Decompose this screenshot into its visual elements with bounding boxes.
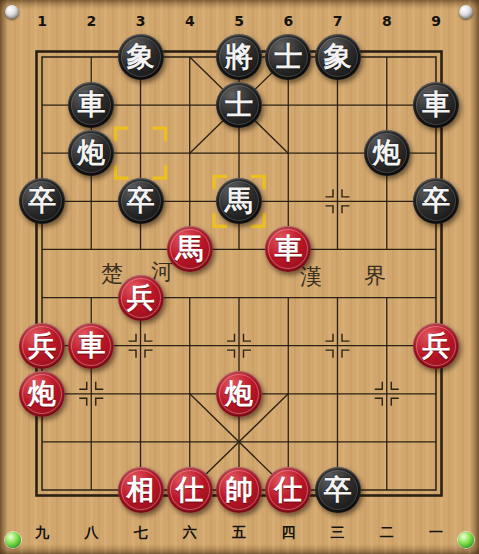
file-label-bottom-4: 六 [183,524,197,542]
piece-black-soldier[interactable]: 卒 [118,178,164,224]
file-label-bottom-6: 四 [281,524,295,542]
xiangqi-board-window: 123456789 九八七六五四三二一 楚河漢界 象將士象車士車炮炮卒卒馬卒馬車… [0,0,479,554]
file-label-top-1: 1 [37,13,47,29]
piece-black-elephant[interactable]: 象 [118,34,164,80]
river-text-char-2: 漢 [300,262,322,292]
last-move-highlight [116,165,129,178]
file-label-top-4: 4 [185,13,195,29]
last-move-highlight [153,165,166,178]
file-label-bottom-1: 九 [35,524,49,542]
piece-black-advisor[interactable]: 士 [216,82,262,128]
piece-red-advisor[interactable]: 仕 [167,467,213,513]
piece-black-chariot[interactable]: 車 [413,82,459,128]
file-label-bottom-8: 二 [380,524,394,542]
piece-red-soldier[interactable]: 兵 [413,323,459,369]
piece-black-soldier[interactable]: 卒 [315,467,361,513]
file-label-bottom-5: 五 [232,524,246,542]
river-text-char-0: 楚 [101,259,123,289]
file-label-top-7: 7 [333,13,343,29]
file-label-top-8: 8 [382,13,392,29]
piece-black-elephant[interactable]: 象 [315,34,361,80]
file-label-top-5: 5 [234,13,244,29]
piece-black-horse[interactable]: 馬 [216,178,262,224]
corner-screw-bottom-right [458,532,474,548]
piece-black-soldier[interactable]: 卒 [413,178,459,224]
file-label-top-3: 3 [136,13,146,29]
piece-black-general[interactable]: 將 [216,34,262,80]
piece-red-chariot[interactable]: 車 [68,323,114,369]
last-move-highlight [116,128,129,141]
piece-red-horse[interactable]: 馬 [167,226,213,272]
corner-screw-bottom-left [5,532,21,548]
piece-red-advisor[interactable]: 仕 [265,467,311,513]
file-label-bottom-9: 一 [429,524,443,542]
piece-black-soldier[interactable]: 卒 [19,178,65,224]
file-label-top-9: 9 [431,13,441,29]
file-label-top-6: 6 [283,13,293,29]
corner-screw-top-right [459,5,473,19]
piece-red-general[interactable]: 帥 [216,467,262,513]
file-label-top-2: 2 [86,13,96,29]
piece-red-soldier[interactable]: 兵 [19,323,65,369]
piece-black-advisor[interactable]: 士 [265,34,311,80]
piece-red-soldier[interactable]: 兵 [118,275,164,321]
file-label-bottom-2: 八 [84,524,98,542]
last-move-highlight [153,128,166,141]
piece-red-cannon[interactable]: 炮 [19,371,65,417]
corner-screw-top-left [5,5,19,19]
piece-red-cannon[interactable]: 炮 [216,371,262,417]
piece-black-cannon[interactable]: 炮 [364,130,410,176]
river-text-char-3: 界 [364,261,386,291]
file-label-bottom-3: 七 [134,524,148,542]
piece-red-elephant[interactable]: 相 [118,467,164,513]
file-label-bottom-7: 三 [331,524,345,542]
